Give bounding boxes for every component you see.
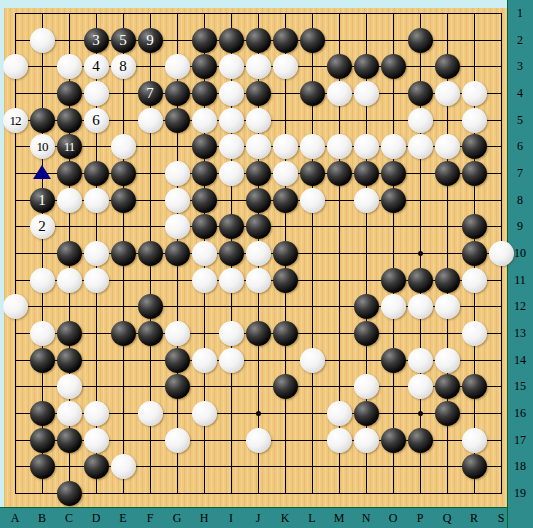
column-label-K: K xyxy=(275,511,295,526)
black-stone-O8[interactable] xyxy=(381,188,406,213)
row-label-9: 9 xyxy=(508,219,532,234)
column-label-P: P xyxy=(410,511,430,526)
white-stone-H14[interactable] xyxy=(192,348,217,373)
black-stone-O7[interactable] xyxy=(381,161,406,186)
black-stone-R6[interactable] xyxy=(462,134,487,159)
white-stone-N8[interactable] xyxy=(354,188,379,213)
black-stone-C17[interactable] xyxy=(57,428,82,453)
column-label-Q: Q xyxy=(437,511,457,526)
column-label-E: E xyxy=(113,511,133,526)
white-stone-N6[interactable] xyxy=(354,134,379,159)
black-stone-H6[interactable] xyxy=(192,134,217,159)
black-stone-P11[interactable] xyxy=(408,268,433,293)
white-stone-G3[interactable] xyxy=(165,54,190,79)
row-label-16: 16 xyxy=(508,406,532,421)
black-stone-E7[interactable] xyxy=(111,161,136,186)
move-number-label: 12 xyxy=(10,108,21,133)
white-stone-P12[interactable] xyxy=(408,294,433,319)
row-label-8: 8 xyxy=(508,193,532,208)
star-point xyxy=(256,411,261,416)
black-stone-B14[interactable] xyxy=(30,348,55,373)
white-stone-K3[interactable] xyxy=(273,54,298,79)
black-stone-F12[interactable] xyxy=(138,294,163,319)
black-stone-H9[interactable] xyxy=(192,214,217,239)
black-stone-D7[interactable] xyxy=(84,161,109,186)
black-stone-N13[interactable] xyxy=(354,321,379,346)
black-stone-I9[interactable] xyxy=(219,214,244,239)
white-stone-D8[interactable] xyxy=(84,188,109,213)
white-stone-M17[interactable] xyxy=(327,428,352,453)
white-stone-G8[interactable] xyxy=(165,188,190,213)
white-stone-L6[interactable] xyxy=(300,134,325,159)
white-stone-N17[interactable] xyxy=(354,428,379,453)
white-stone-R13[interactable] xyxy=(462,321,487,346)
row-label-15: 15 xyxy=(508,379,532,394)
black-stone-K11[interactable] xyxy=(273,268,298,293)
white-stone-I7[interactable] xyxy=(219,161,244,186)
white-stone-A5[interactable]: 12 xyxy=(3,108,28,133)
black-stone-B17[interactable] xyxy=(30,428,55,453)
black-stone-N3[interactable] xyxy=(354,54,379,79)
white-stone-I6[interactable] xyxy=(219,134,244,159)
white-stone-Q4[interactable] xyxy=(435,81,460,106)
white-stone-B6[interactable]: 10 xyxy=(30,134,55,159)
row-label-5: 5 xyxy=(508,113,532,128)
black-stone-P17[interactable] xyxy=(408,428,433,453)
black-stone-G14[interactable] xyxy=(165,348,190,373)
grid-horizontal-line xyxy=(15,493,502,494)
row-label-3: 3 xyxy=(508,59,532,74)
white-stone-L14[interactable] xyxy=(300,348,325,373)
move-number-label: 5 xyxy=(119,28,127,53)
column-label-J: J xyxy=(248,511,268,526)
white-stone-J5[interactable] xyxy=(246,108,271,133)
row-label-19: 19 xyxy=(508,486,532,501)
row-label-13: 13 xyxy=(508,326,532,341)
row-label-6: 6 xyxy=(508,139,532,154)
black-stone-P2[interactable] xyxy=(408,28,433,53)
white-stone-P15[interactable] xyxy=(408,374,433,399)
black-stone-K15[interactable] xyxy=(273,374,298,399)
black-stone-E2[interactable]: 5 xyxy=(111,28,136,53)
white-stone-D5[interactable]: 6 xyxy=(84,108,109,133)
white-stone-C8[interactable] xyxy=(57,188,82,213)
white-stone-K6[interactable] xyxy=(273,134,298,159)
column-label-N: N xyxy=(356,511,376,526)
column-label-H: H xyxy=(194,511,214,526)
black-stone-F2[interactable]: 9 xyxy=(138,28,163,53)
white-stone-P14[interactable] xyxy=(408,348,433,373)
star-point xyxy=(418,411,423,416)
column-label-R: R xyxy=(464,511,484,526)
black-stone-F10[interactable] xyxy=(138,241,163,266)
white-stone-C11[interactable] xyxy=(57,268,82,293)
white-stone-Q6[interactable] xyxy=(435,134,460,159)
row-label-11: 11 xyxy=(508,273,532,288)
white-stone-I14[interactable] xyxy=(219,348,244,373)
white-stone-D4[interactable] xyxy=(84,81,109,106)
white-stone-I13[interactable] xyxy=(219,321,244,346)
black-stone-L2[interactable] xyxy=(300,28,325,53)
white-stone-M6[interactable] xyxy=(327,134,352,159)
white-stone-C15[interactable] xyxy=(57,374,82,399)
white-stone-O12[interactable] xyxy=(381,294,406,319)
white-stone-F16[interactable] xyxy=(138,401,163,426)
white-stone-D17[interactable] xyxy=(84,428,109,453)
black-stone-K13[interactable] xyxy=(273,321,298,346)
go-board-app: 359487126101112 ABCDEFGHIJKLMNOPQRS12345… xyxy=(0,0,533,528)
black-stone-H8[interactable] xyxy=(192,188,217,213)
white-stone-G17[interactable] xyxy=(165,428,190,453)
move-number-label: 4 xyxy=(92,54,100,79)
black-stone-O11[interactable] xyxy=(381,268,406,293)
white-stone-E3[interactable]: 8 xyxy=(111,54,136,79)
black-stone-L7[interactable] xyxy=(300,161,325,186)
column-label-B: B xyxy=(32,511,52,526)
black-stone-I10[interactable] xyxy=(219,241,244,266)
black-stone-C5[interactable] xyxy=(57,108,82,133)
white-stone-J10[interactable] xyxy=(246,241,271,266)
white-stone-I3[interactable] xyxy=(219,54,244,79)
white-stone-I11[interactable] xyxy=(219,268,244,293)
white-stone-B11[interactable] xyxy=(30,268,55,293)
white-stone-Q14[interactable] xyxy=(435,348,460,373)
black-stone-F13[interactable] xyxy=(138,321,163,346)
white-stone-L8[interactable] xyxy=(300,188,325,213)
white-stone-K7[interactable] xyxy=(273,161,298,186)
black-stone-Q7[interactable] xyxy=(435,161,460,186)
white-stone-M16[interactable] xyxy=(327,401,352,426)
black-stone-R15[interactable] xyxy=(462,374,487,399)
move-number-label: 10 xyxy=(37,134,48,159)
black-stone-E13[interactable] xyxy=(111,321,136,346)
white-stone-Q12[interactable] xyxy=(435,294,460,319)
black-stone-H4[interactable] xyxy=(192,81,217,106)
black-stone-D2[interactable]: 3 xyxy=(84,28,109,53)
white-stone-G13[interactable] xyxy=(165,321,190,346)
black-stone-O14[interactable] xyxy=(381,348,406,373)
white-stone-D16[interactable] xyxy=(84,401,109,426)
white-stone-A3[interactable] xyxy=(3,54,28,79)
row-label-12: 12 xyxy=(508,299,532,314)
black-stone-B18[interactable] xyxy=(30,454,55,479)
black-stone-J9[interactable] xyxy=(246,214,271,239)
black-stone-C6[interactable]: 11 xyxy=(57,134,82,159)
column-label-A: A xyxy=(5,511,25,526)
white-stone-G7[interactable] xyxy=(165,161,190,186)
move-number-label: 3 xyxy=(92,28,100,53)
white-stone-H11[interactable] xyxy=(192,268,217,293)
white-stone-D3[interactable]: 4 xyxy=(84,54,109,79)
black-stone-P4[interactable] xyxy=(408,81,433,106)
white-stone-P6[interactable] xyxy=(408,134,433,159)
black-stone-J4[interactable] xyxy=(246,81,271,106)
move-number-label: 1 xyxy=(38,188,46,213)
black-stone-B16[interactable] xyxy=(30,401,55,426)
black-stone-M3[interactable] xyxy=(327,54,352,79)
black-stone-H7[interactable] xyxy=(192,161,217,186)
black-stone-Q11[interactable] xyxy=(435,268,460,293)
move-number-label: 9 xyxy=(146,28,154,53)
black-stone-E8[interactable] xyxy=(111,188,136,213)
black-stone-R7[interactable] xyxy=(462,161,487,186)
black-stone-N7[interactable] xyxy=(354,161,379,186)
black-stone-Q15[interactable] xyxy=(435,374,460,399)
white-stone-R17[interactable] xyxy=(462,428,487,453)
move-number-label: 6 xyxy=(92,108,100,133)
black-stone-C19[interactable] xyxy=(57,481,82,506)
black-stone-C13[interactable] xyxy=(57,321,82,346)
black-stone-D18[interactable] xyxy=(84,454,109,479)
black-stone-J13[interactable] xyxy=(246,321,271,346)
column-label-M: M xyxy=(329,511,349,526)
black-stone-C14[interactable] xyxy=(57,348,82,373)
row-label-7: 7 xyxy=(508,166,532,181)
black-stone-L4[interactable] xyxy=(300,81,325,106)
row-label-4: 4 xyxy=(508,86,532,101)
white-stone-D10[interactable] xyxy=(84,241,109,266)
white-stone-J3[interactable] xyxy=(246,54,271,79)
white-stone-R4[interactable] xyxy=(462,81,487,106)
grid-vertical-line xyxy=(393,13,394,494)
white-stone-I4[interactable] xyxy=(219,81,244,106)
row-label-14: 14 xyxy=(508,353,532,368)
black-stone-C7[interactable] xyxy=(57,161,82,186)
black-stone-G15[interactable] xyxy=(165,374,190,399)
white-stone-B9[interactable]: 2 xyxy=(30,214,55,239)
black-stone-M7[interactable] xyxy=(327,161,352,186)
black-stone-N12[interactable] xyxy=(354,294,379,319)
row-label-18: 18 xyxy=(508,459,532,474)
black-stone-B8[interactable]: 1 xyxy=(30,188,55,213)
white-stone-A12[interactable] xyxy=(3,294,28,319)
row-label-1: 1 xyxy=(508,6,532,21)
white-stone-J6[interactable] xyxy=(246,134,271,159)
column-label-O: O xyxy=(383,511,403,526)
white-stone-C3[interactable] xyxy=(57,54,82,79)
white-stone-B2[interactable] xyxy=(30,28,55,53)
black-stone-R18[interactable] xyxy=(462,454,487,479)
move-number-label: 11 xyxy=(64,134,75,159)
white-stone-I5[interactable] xyxy=(219,108,244,133)
column-label-F: F xyxy=(140,511,160,526)
column-label-I: I xyxy=(221,511,241,526)
black-stone-N16[interactable] xyxy=(354,401,379,426)
white-stone-O6[interactable] xyxy=(381,134,406,159)
black-stone-F4[interactable]: 7 xyxy=(138,81,163,106)
white-stone-R11[interactable] xyxy=(462,268,487,293)
column-label-G: G xyxy=(167,511,187,526)
row-coordinate-strip xyxy=(507,0,533,528)
white-stone-E6[interactable] xyxy=(111,134,136,159)
white-stone-J11[interactable] xyxy=(246,268,271,293)
black-stone-I2[interactable] xyxy=(219,28,244,53)
white-stone-P5[interactable] xyxy=(408,108,433,133)
move-number-label: 7 xyxy=(146,81,154,106)
black-stone-B5[interactable] xyxy=(30,108,55,133)
white-stone-B13[interactable] xyxy=(30,321,55,346)
white-stone-H5[interactable] xyxy=(192,108,217,133)
black-stone-H3[interactable] xyxy=(192,54,217,79)
white-stone-N4[interactable] xyxy=(354,81,379,106)
white-stone-J17[interactable] xyxy=(246,428,271,453)
black-stone-R9[interactable] xyxy=(462,214,487,239)
row-label-2: 2 xyxy=(508,33,532,48)
white-stone-F5[interactable] xyxy=(138,108,163,133)
black-stone-J8[interactable] xyxy=(246,188,271,213)
row-label-10: 10 xyxy=(508,246,532,261)
black-stone-G10[interactable] xyxy=(165,241,190,266)
black-stone-K8[interactable] xyxy=(273,188,298,213)
black-stone-O3[interactable] xyxy=(381,54,406,79)
move-number-label: 2 xyxy=(38,214,46,239)
black-stone-O17[interactable] xyxy=(381,428,406,453)
black-stone-J7[interactable] xyxy=(246,161,271,186)
black-stone-Q3[interactable] xyxy=(435,54,460,79)
black-stone-C10[interactable] xyxy=(57,241,82,266)
white-stone-D11[interactable] xyxy=(84,268,109,293)
triangle-marker[interactable] xyxy=(33,165,51,179)
white-stone-E18[interactable] xyxy=(111,454,136,479)
row-label-17: 17 xyxy=(508,433,532,448)
move-number-label: 8 xyxy=(119,54,127,79)
black-stone-K2[interactable] xyxy=(273,28,298,53)
column-label-S: S xyxy=(491,511,511,526)
black-stone-C4[interactable] xyxy=(57,81,82,106)
white-stone-H10[interactable] xyxy=(192,241,217,266)
white-stone-H16[interactable] xyxy=(192,401,217,426)
black-stone-J2[interactable] xyxy=(246,28,271,53)
black-stone-R10[interactable] xyxy=(462,241,487,266)
black-stone-G5[interactable] xyxy=(165,108,190,133)
column-label-C: C xyxy=(59,511,79,526)
white-stone-N15[interactable] xyxy=(354,374,379,399)
column-label-D: D xyxy=(86,511,106,526)
star-point xyxy=(418,251,423,256)
black-stone-H2[interactable] xyxy=(192,28,217,53)
black-stone-E10[interactable] xyxy=(111,241,136,266)
white-stone-C16[interactable] xyxy=(57,401,82,426)
white-stone-M4[interactable] xyxy=(327,81,352,106)
black-stone-K10[interactable] xyxy=(273,241,298,266)
white-stone-R5[interactable] xyxy=(462,108,487,133)
white-stone-G9[interactable] xyxy=(165,214,190,239)
column-label-L: L xyxy=(302,511,322,526)
black-stone-G4[interactable] xyxy=(165,81,190,106)
black-stone-Q16[interactable] xyxy=(435,401,460,426)
